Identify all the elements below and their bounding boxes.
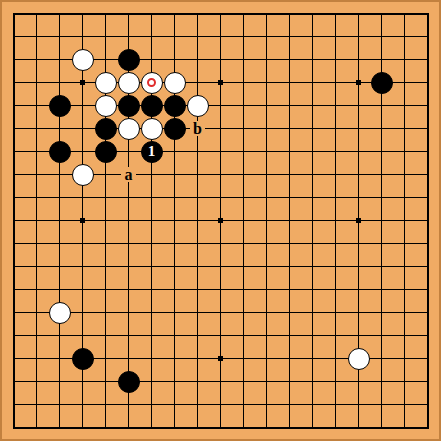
white-stone[interactable] — [49, 302, 71, 324]
white-stone[interactable] — [95, 72, 117, 94]
black-stone[interactable] — [118, 371, 140, 393]
black-stone[interactable] — [371, 72, 393, 94]
black-stone[interactable] — [164, 118, 186, 140]
white-stone[interactable] — [118, 118, 140, 140]
black-stone[interactable] — [49, 95, 71, 117]
point-label-b: b — [190, 121, 205, 136]
white-stone[interactable] — [164, 72, 186, 94]
stone-layer: 1ab — [2, 2, 439, 439]
black-stone[interactable] — [95, 141, 117, 163]
black-stone[interactable] — [49, 141, 71, 163]
black-stone[interactable] — [118, 95, 140, 117]
black-stone[interactable] — [95, 118, 117, 140]
move-number-label: 1 — [148, 144, 156, 160]
white-stone[interactable] — [118, 72, 140, 94]
white-stone-marked[interactable] — [141, 72, 163, 94]
white-stone[interactable] — [187, 95, 209, 117]
white-stone[interactable] — [72, 49, 94, 71]
black-stone[interactable] — [141, 95, 163, 117]
white-stone[interactable] — [348, 348, 370, 370]
point-label-a: a — [121, 167, 136, 182]
circle-marker-icon — [147, 78, 156, 87]
black-stone[interactable] — [118, 49, 140, 71]
white-stone[interactable] — [141, 118, 163, 140]
black-stone[interactable] — [72, 348, 94, 370]
white-stone[interactable] — [72, 164, 94, 186]
white-stone[interactable] — [95, 95, 117, 117]
go-board[interactable]: 1ab — [0, 0, 441, 441]
black-stone-move-1[interactable]: 1 — [141, 141, 163, 163]
black-stone[interactable] — [164, 95, 186, 117]
